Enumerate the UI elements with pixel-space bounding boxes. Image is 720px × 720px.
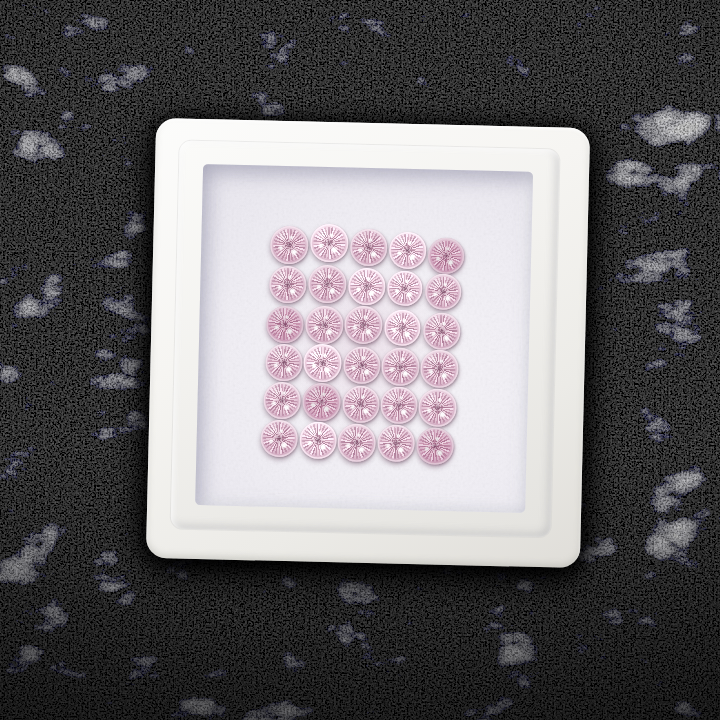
- gem: [337, 423, 376, 462]
- gem-grid: [146, 118, 590, 568]
- gem: [416, 427, 454, 465]
- gem: [418, 388, 457, 427]
- photo-scene: [0, 0, 720, 720]
- gem: [343, 346, 381, 384]
- gem: [270, 226, 309, 265]
- gem: [344, 305, 383, 344]
- gem: [386, 270, 422, 306]
- gem: [310, 224, 349, 263]
- gem: [268, 265, 306, 303]
- gem: [265, 343, 303, 381]
- gem: [377, 424, 415, 462]
- gem: [384, 309, 421, 346]
- gem: [380, 386, 418, 424]
- gem: [299, 421, 337, 459]
- gem: [342, 385, 380, 423]
- gem: [388, 231, 426, 269]
- gem: [260, 419, 298, 457]
- gem-box: [146, 118, 590, 568]
- gem: [428, 237, 465, 274]
- gem: [347, 267, 385, 305]
- gem: [305, 306, 344, 345]
- gem: [381, 347, 420, 386]
- gem: [422, 312, 460, 350]
- gem: [420, 349, 459, 388]
- gem: [303, 343, 342, 382]
- gem: [349, 228, 387, 266]
- gem: [263, 381, 301, 419]
- gem: [425, 273, 462, 310]
- gem: [308, 265, 347, 304]
- gem: [302, 382, 341, 421]
- gem: [265, 305, 303, 343]
